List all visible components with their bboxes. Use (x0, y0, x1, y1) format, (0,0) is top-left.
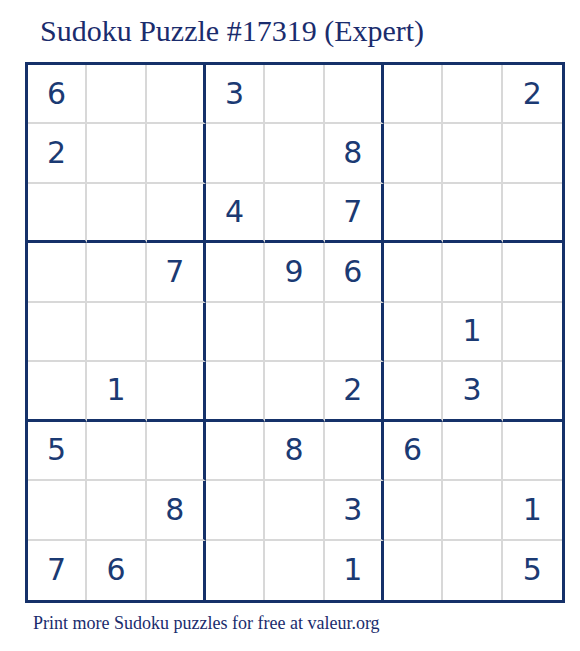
sudoku-cell-r7c6 (325, 422, 384, 481)
sudoku-cell-r9c7 (384, 541, 443, 600)
sudoku-cell-r9c1: 7 (28, 541, 87, 600)
sudoku-cell-r6c7 (384, 362, 443, 421)
sudoku-cell-r8c8 (443, 481, 502, 540)
sudoku-cell-r7c7: 6 (384, 422, 443, 481)
sudoku-cell-r7c4 (206, 422, 265, 481)
sudoku-cell-r3c6: 7 (325, 184, 384, 243)
sudoku-cell-r4c8 (443, 243, 502, 302)
sudoku-cell-r3c5 (265, 184, 324, 243)
sudoku-cell-r3c8 (443, 184, 502, 243)
sudoku-cell-r5c9 (503, 303, 562, 362)
sudoku-cell-r2c3 (147, 124, 206, 183)
sudoku-cell-r4c2 (87, 243, 146, 302)
sudoku-cell-r8c5 (265, 481, 324, 540)
sudoku-cell-r8c4 (206, 481, 265, 540)
sudoku-cell-r9c5 (265, 541, 324, 600)
sudoku-cell-r9c2: 6 (87, 541, 146, 600)
sudoku-cell-r9c6: 1 (325, 541, 384, 600)
sudoku-cell-r3c4: 4 (206, 184, 265, 243)
sudoku-cell-r5c1 (28, 303, 87, 362)
sudoku-cell-r2c6: 8 (325, 124, 384, 183)
sudoku-cell-r2c9 (503, 124, 562, 183)
sudoku-cell-r1c4: 3 (206, 65, 265, 124)
sudoku-cell-r4c7 (384, 243, 443, 302)
sudoku-cell-r1c7 (384, 65, 443, 124)
sudoku-cell-r8c2 (87, 481, 146, 540)
sudoku-cell-r8c6: 3 (325, 481, 384, 540)
sudoku-board: 632284779611235868317615 (25, 62, 565, 603)
sudoku-cell-r9c4 (206, 541, 265, 600)
sudoku-cell-r6c2: 1 (87, 362, 146, 421)
sudoku-cell-r7c1: 5 (28, 422, 87, 481)
sudoku-cell-r2c1: 2 (28, 124, 87, 183)
sudoku-cell-r2c2 (87, 124, 146, 183)
sudoku-cell-r2c5 (265, 124, 324, 183)
sudoku-cell-r8c9: 1 (503, 481, 562, 540)
sudoku-cell-r2c8 (443, 124, 502, 183)
sudoku-cell-r7c9 (503, 422, 562, 481)
sudoku-cell-r1c8 (443, 65, 502, 124)
sudoku-cell-r1c9: 2 (503, 65, 562, 124)
sudoku-cell-r2c4 (206, 124, 265, 183)
sudoku-cell-r4c9 (503, 243, 562, 302)
sudoku-cell-r3c9 (503, 184, 562, 243)
sudoku-cell-r5c6 (325, 303, 384, 362)
sudoku-cell-r6c6: 2 (325, 362, 384, 421)
sudoku-cell-r4c1 (28, 243, 87, 302)
sudoku-cell-r7c3 (147, 422, 206, 481)
sudoku-cell-r5c2 (87, 303, 146, 362)
sudoku-cell-r4c5: 9 (265, 243, 324, 302)
sudoku-cell-r9c9: 5 (503, 541, 562, 600)
sudoku-cell-r3c2 (87, 184, 146, 243)
sudoku-cell-r4c3: 7 (147, 243, 206, 302)
sudoku-cell-r8c1 (28, 481, 87, 540)
sudoku-cell-r6c1 (28, 362, 87, 421)
sudoku-cell-r6c9 (503, 362, 562, 421)
sudoku-cell-r1c1: 6 (28, 65, 87, 124)
sudoku-cell-r7c2 (87, 422, 146, 481)
sudoku-cell-r1c6 (325, 65, 384, 124)
sudoku-cell-r6c5 (265, 362, 324, 421)
sudoku-cell-r1c5 (265, 65, 324, 124)
sudoku-cell-r6c3 (147, 362, 206, 421)
sudoku-cell-r2c7 (384, 124, 443, 183)
sudoku-cell-r3c3 (147, 184, 206, 243)
sudoku-cell-r5c7 (384, 303, 443, 362)
sudoku-cell-r6c4 (206, 362, 265, 421)
sudoku-cell-r5c8: 1 (443, 303, 502, 362)
sudoku-cell-r8c7 (384, 481, 443, 540)
sudoku-cell-r4c4 (206, 243, 265, 302)
sudoku-cell-r3c1 (28, 184, 87, 243)
sudoku-cell-r1c2 (87, 65, 146, 124)
sudoku-cell-r5c5 (265, 303, 324, 362)
sudoku-cell-r7c8 (443, 422, 502, 481)
sudoku-cell-r9c3 (147, 541, 206, 600)
sudoku-cell-r6c8: 3 (443, 362, 502, 421)
page-title: Sudoku Puzzle #17319 (Expert) (40, 14, 424, 48)
sudoku-cell-r5c4 (206, 303, 265, 362)
footer-text: Print more Sudoku puzzles for free at va… (33, 613, 380, 634)
sudoku-cell-r4c6: 6 (325, 243, 384, 302)
sudoku-cell-r3c7 (384, 184, 443, 243)
sudoku-cell-r8c3: 8 (147, 481, 206, 540)
sudoku-cell-r5c3 (147, 303, 206, 362)
sudoku-cell-r1c3 (147, 65, 206, 124)
sudoku-cell-r9c8 (443, 541, 502, 600)
sudoku-cell-r7c5: 8 (265, 422, 324, 481)
